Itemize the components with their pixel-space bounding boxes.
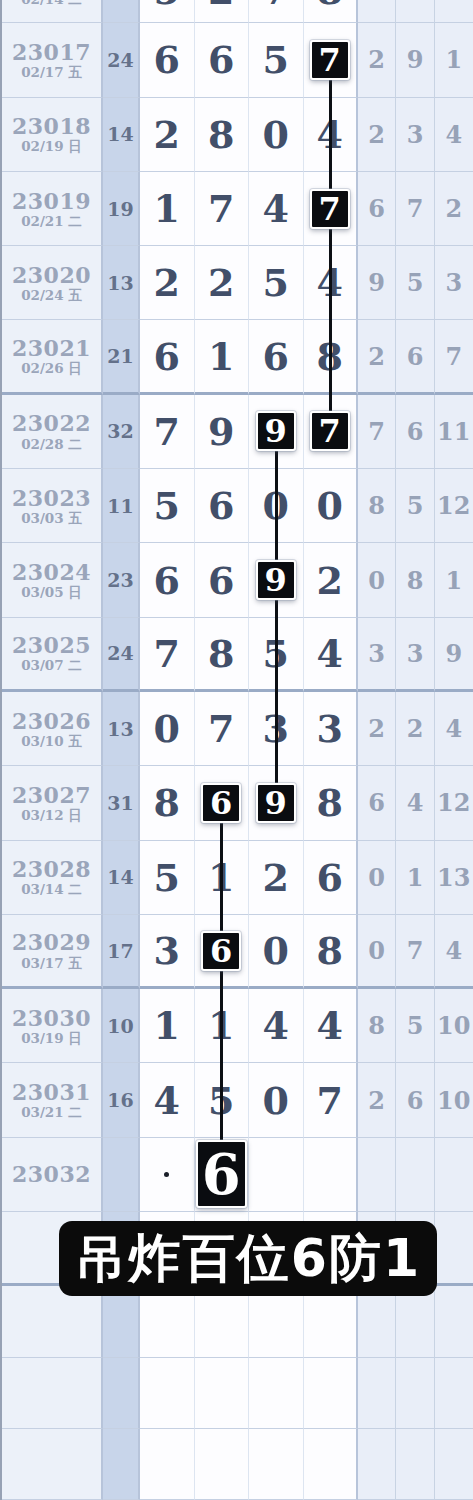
- digit-cell: 3: [140, 915, 195, 989]
- extra-value: 2: [407, 714, 424, 743]
- issue-cell: 2303003/19 日: [2, 989, 103, 1063]
- digit-value: 6: [208, 483, 234, 528]
- extra-cell: 3: [396, 618, 434, 692]
- digit-value: 7: [208, 186, 234, 231]
- issue-number: 23018: [12, 114, 91, 138]
- issue-cell: 2302303/03 五: [2, 469, 103, 543]
- digit-cell: 6: [195, 469, 250, 543]
- digit-cell: 4: [140, 1063, 195, 1137]
- highlight-box: 6: [201, 783, 241, 823]
- extra-cell: 12: [435, 766, 473, 840]
- digit-value: 6: [154, 334, 180, 379]
- extra-value: 5: [407, 268, 424, 297]
- extra-value: 2: [368, 342, 385, 371]
- digit-cell: [249, 1138, 304, 1212]
- extra-cell: [435, 1358, 473, 1429]
- digit-value: 7: [263, 0, 289, 13]
- k-cell: [103, 0, 140, 23]
- issue-date-stack: 2302603/10 五: [12, 709, 91, 749]
- digit-cell: 5: [249, 246, 304, 320]
- digit-cell: [249, 1286, 304, 1357]
- issue-date-stack: 2302703/12 日: [12, 783, 91, 823]
- digit-cell: 6: [249, 320, 304, 394]
- digit-cell: 8: [304, 915, 359, 989]
- digit-value: 0: [154, 706, 180, 751]
- k-value: 16: [107, 1089, 133, 1111]
- extra-value: 5: [407, 491, 424, 520]
- extra-value: 8: [368, 491, 385, 520]
- extra-value: 7: [368, 417, 385, 446]
- extra-cell: 9: [396, 23, 434, 97]
- lottery-trend-chart: 02/14 二52782301702/17 五2466572912301802/…: [0, 0, 473, 1500]
- extra-cell: 8: [358, 469, 396, 543]
- issue-number: 23027: [12, 783, 91, 807]
- digit-value: 4: [317, 1003, 343, 1048]
- extra-cell: 5: [396, 469, 434, 543]
- extra-cell: [358, 0, 396, 23]
- digit-value: 6: [208, 558, 234, 603]
- issue-cell: [2, 1429, 103, 1500]
- draw-date: 02/14 二: [21, 0, 82, 7]
- digit-value: 6: [154, 37, 180, 82]
- digit-cell: 8: [304, 766, 359, 840]
- extra-cell: [396, 1286, 434, 1357]
- extra-cell: 0: [358, 543, 396, 617]
- extra-value: 4: [445, 714, 462, 743]
- digit-cell: 6: [140, 320, 195, 394]
- digit-value: 8: [154, 780, 180, 825]
- extra-value: 4: [407, 788, 424, 817]
- digit-cell: 6: [195, 543, 250, 617]
- k-cell: 13: [103, 246, 140, 320]
- digit-cell: [304, 1429, 359, 1500]
- digit-cell: 5: [249, 23, 304, 97]
- digit-cell: 0: [140, 692, 195, 766]
- extra-cell: 3: [396, 98, 434, 172]
- k-value: 21: [107, 345, 133, 367]
- extra-cell: 7: [358, 395, 396, 469]
- extra-value: 13: [437, 863, 470, 892]
- digit-value: 7: [317, 1078, 343, 1123]
- highlight-box: 7: [310, 40, 350, 80]
- digit-cell: 7: [195, 172, 250, 246]
- extra-value: 7: [407, 936, 424, 965]
- issue-cell: 2302202/28 二: [2, 395, 103, 469]
- extra-value: 9: [368, 268, 385, 297]
- digit-cell: [140, 1286, 195, 1357]
- extra-cell: [396, 1138, 434, 1212]
- extra-cell: [396, 1358, 434, 1429]
- k-value: 14: [107, 866, 133, 888]
- extra-cell: 4: [435, 98, 473, 172]
- issue-number: 23019: [12, 189, 91, 213]
- issue-date-stack: 2302803/14 二: [12, 857, 91, 897]
- big-highlight-box: 6: [196, 1140, 247, 1208]
- digit-cell: 4: [249, 989, 304, 1063]
- issue-number: 23028: [12, 857, 91, 881]
- extra-value: 7: [445, 342, 462, 371]
- digit-value: 8: [208, 112, 234, 157]
- digit-value: 1: [154, 1003, 180, 1048]
- k-cell: [103, 1286, 140, 1357]
- digit-value: 2: [208, 0, 234, 13]
- digit-cell: 2: [140, 246, 195, 320]
- highlight-box: 6: [201, 931, 241, 971]
- draw-date: 03/17 五: [21, 956, 82, 971]
- extra-cell: 11: [435, 395, 473, 469]
- digit-cell: 5: [140, 841, 195, 915]
- digit-value: 2: [317, 558, 343, 603]
- digit-cell: 6: [140, 23, 195, 97]
- extra-value: 10: [437, 1086, 470, 1115]
- extra-cell: 10: [435, 1063, 473, 1137]
- extra-cell: 4: [435, 692, 473, 766]
- draw-date: 03/07 二: [21, 658, 82, 673]
- extra-cell: 9: [435, 618, 473, 692]
- k-value: 14: [107, 123, 133, 145]
- digit-cell: 8: [140, 766, 195, 840]
- k-value: 32: [107, 420, 133, 442]
- extra-value: 12: [437, 788, 470, 817]
- digit-cell: 5: [140, 0, 195, 23]
- extra-value: 6: [407, 417, 424, 446]
- issue-number: 23025: [12, 633, 91, 657]
- extra-cell: [358, 1286, 396, 1357]
- digit-value: 2: [154, 260, 180, 305]
- k-value: 31: [107, 792, 133, 814]
- extra-cell: 2: [358, 23, 396, 97]
- extra-value: 4: [445, 120, 462, 149]
- extra-cell: 1: [435, 543, 473, 617]
- draw-date: 02/19 日: [21, 139, 82, 154]
- issue-cell: 2302803/14 二: [2, 841, 103, 915]
- digit-value: 6: [263, 334, 289, 379]
- digit-cell: 0: [249, 98, 304, 172]
- digit-value: 4: [154, 1078, 180, 1123]
- k-cell: 14: [103, 98, 140, 172]
- issue-cell: 2302102/26 日: [2, 320, 103, 394]
- issue-cell: 2301802/19 日: [2, 98, 103, 172]
- draw-date: 03/19 日: [21, 1031, 82, 1046]
- extra-value: 9: [445, 639, 462, 668]
- issue-cell: 2303103/21 二: [2, 1063, 103, 1137]
- digit-value: 2: [154, 112, 180, 157]
- extra-value: 7: [407, 194, 424, 223]
- extra-value: 0: [368, 936, 385, 965]
- extra-cell: 5: [396, 989, 434, 1063]
- extra-cell: 2: [358, 98, 396, 172]
- digit-cell: [140, 1429, 195, 1500]
- digit-cell: 0: [249, 915, 304, 989]
- digit-cell: 7: [195, 692, 250, 766]
- issue-cell: [2, 1286, 103, 1357]
- extra-cell: 6: [396, 1063, 434, 1137]
- digit-cell: 0: [304, 469, 359, 543]
- issue-date-stack: 2302303/03 五: [12, 486, 91, 526]
- digit-cell: 4: [249, 172, 304, 246]
- extra-cell: 1: [435, 23, 473, 97]
- extra-value: 2: [368, 45, 385, 74]
- digit-cell: 4: [304, 618, 359, 692]
- k-value: 24: [107, 49, 133, 71]
- issue-date-stack: 2301702/17 五: [12, 40, 91, 80]
- extra-cell: 2: [396, 692, 434, 766]
- digit-value: 6: [317, 855, 343, 900]
- digit-value: 5: [263, 37, 289, 82]
- extra-cell: [435, 1212, 473, 1286]
- extra-cell: [396, 1429, 434, 1500]
- digit-value: 5: [263, 260, 289, 305]
- k-cell: 23: [103, 543, 140, 617]
- digit-cell: [195, 1286, 250, 1357]
- digit-value: 4: [263, 186, 289, 231]
- digit-value: 4: [317, 631, 343, 676]
- extra-cell: 3: [435, 246, 473, 320]
- draw-date: 02/21 二: [21, 214, 82, 229]
- extra-value: 5: [407, 1011, 424, 1040]
- digit-cell: [195, 1358, 250, 1429]
- extra-cell: 13: [435, 841, 473, 915]
- digit-value: 9: [208, 409, 234, 454]
- digit-cell: 2: [195, 246, 250, 320]
- digit-cell: 4: [304, 989, 359, 1063]
- extra-value: 1: [445, 45, 462, 74]
- k-cell: 11: [103, 469, 140, 543]
- issue-number: 23024: [12, 560, 91, 584]
- issue-cell: 02/14 二: [2, 0, 103, 23]
- digit-cell: [304, 1138, 359, 1212]
- highlight-box: 9: [256, 783, 296, 823]
- extra-cell: 6: [358, 172, 396, 246]
- extra-cell: 2: [358, 1063, 396, 1137]
- digit-cell: 6: [304, 841, 359, 915]
- extra-value: 0: [368, 566, 385, 595]
- issue-number: 23023: [12, 486, 91, 510]
- digit-value: 8: [208, 631, 234, 676]
- issue-date-stack: 2302903/17 五: [12, 930, 91, 970]
- connector-line: [329, 60, 332, 432]
- digit-cell: 0: [249, 1063, 304, 1137]
- issue-number: 23030: [12, 1006, 91, 1030]
- extra-cell: 2: [358, 320, 396, 394]
- extra-cell: 2: [435, 172, 473, 246]
- extra-cell: 7: [435, 320, 473, 394]
- digit-value: 0: [263, 112, 289, 157]
- extra-value: 8: [368, 1011, 385, 1040]
- digit-cell: 2: [140, 98, 195, 172]
- issue-cell: 2301702/17 五: [2, 23, 103, 97]
- extra-cell: 7: [396, 172, 434, 246]
- digit-cell: 2: [304, 543, 359, 617]
- k-cell: 13: [103, 692, 140, 766]
- k-cell: 16: [103, 1063, 140, 1137]
- extra-cell: [358, 1138, 396, 1212]
- issue-cell: 2302002/24 五: [2, 246, 103, 320]
- extra-cell: 7: [396, 915, 434, 989]
- extra-value: 2: [445, 194, 462, 223]
- k-cell: 10: [103, 989, 140, 1063]
- extra-cell: [435, 1138, 473, 1212]
- issue-number: 23026: [12, 709, 91, 733]
- digit-value: 8: [317, 780, 343, 825]
- draw-date: 03/12 日: [21, 808, 82, 823]
- digit-value: 2: [263, 855, 289, 900]
- extra-value: 0: [368, 863, 385, 892]
- draw-date: 02/26 日: [21, 361, 82, 376]
- digit-value: 0: [263, 928, 289, 973]
- issue-date-stack: 2302202/28 二: [12, 411, 91, 451]
- issue-number: 23017: [12, 40, 91, 64]
- digit-value: 7: [208, 706, 234, 751]
- digit-cell: 2: [249, 841, 304, 915]
- digit-cell: 8: [304, 0, 359, 23]
- issue-cell: 2302903/17 五: [2, 915, 103, 989]
- extra-cell: 0: [358, 915, 396, 989]
- issue-date-stack: 2302403/05 日: [12, 560, 91, 600]
- issue-cell: 23032: [2, 1138, 103, 1212]
- digit-cell: 6: [195, 23, 250, 97]
- k-cell: 24: [103, 618, 140, 692]
- issue-number: 23021: [12, 336, 91, 360]
- k-cell: [103, 1429, 140, 1500]
- digit-cell: 7: [140, 618, 195, 692]
- digit-value: 3: [317, 706, 343, 751]
- digit-cell: [195, 1429, 250, 1500]
- digit-value: 2: [208, 260, 234, 305]
- extra-value: 2: [368, 714, 385, 743]
- k-cell: 31: [103, 766, 140, 840]
- issue-number: 23031: [12, 1080, 91, 1104]
- extra-cell: 3: [358, 618, 396, 692]
- digit-cell: 8: [195, 98, 250, 172]
- digit-value: 1: [208, 334, 234, 379]
- digit-cell: 6: [140, 543, 195, 617]
- highlight-box: 9: [256, 560, 296, 600]
- extra-cell: [435, 1429, 473, 1500]
- issue-date-stack: 2302503/07 二: [12, 633, 91, 673]
- extra-cell: [358, 1429, 396, 1500]
- issue-number: 23029: [12, 930, 91, 954]
- draw-date: 02/28 二: [21, 437, 82, 452]
- k-value: 17: [107, 940, 133, 962]
- issue-date-stack: 2301802/19 日: [12, 114, 91, 154]
- digit-cell: 7: [140, 395, 195, 469]
- highlight-box: 7: [310, 411, 350, 451]
- digit-value: 7: [154, 631, 180, 676]
- extra-cell: [435, 1286, 473, 1357]
- extra-cell: 1: [396, 841, 434, 915]
- extra-cell: [396, 0, 434, 23]
- k-cell: [103, 1358, 140, 1429]
- extra-cell: 10: [435, 989, 473, 1063]
- issue-date-stack: 2302002/24 五: [12, 263, 91, 303]
- digit-cell: 2: [195, 0, 250, 23]
- digit-value: 8: [317, 928, 343, 973]
- connector-line: [220, 803, 223, 1175]
- prediction-banner: 吊炸百位6防1: [59, 1221, 437, 1296]
- draw-date: 03/05 日: [21, 585, 82, 600]
- issue-cell: 2301902/21 二: [2, 172, 103, 246]
- digit-value: 5: [154, 483, 180, 528]
- extra-value: 4: [445, 936, 462, 965]
- extra-value: 3: [407, 639, 424, 668]
- digit-cell: [140, 1138, 195, 1212]
- k-cell: 17: [103, 915, 140, 989]
- digit-value: 0: [263, 1078, 289, 1123]
- k-cell: 24: [103, 23, 140, 97]
- issue-date-stack: 2303103/21 二: [12, 1080, 91, 1120]
- extra-value: 6: [407, 1086, 424, 1115]
- k-value: 19: [107, 198, 133, 220]
- k-value: 13: [107, 718, 133, 740]
- digit-cell: 1: [195, 320, 250, 394]
- issue-date-stack: 2303003/19 日: [12, 1006, 91, 1046]
- extra-cell: 0: [358, 841, 396, 915]
- digit-cell: 9: [195, 395, 250, 469]
- extra-value: 6: [407, 342, 424, 371]
- digit-cell: 6: [195, 1138, 250, 1212]
- extra-cell: 8: [358, 989, 396, 1063]
- digit-cell: 5: [140, 469, 195, 543]
- extra-value: 2: [368, 1086, 385, 1115]
- extra-value: 3: [407, 120, 424, 149]
- digit-cell: 1: [140, 989, 195, 1063]
- k-cell: 21: [103, 320, 140, 394]
- pending-dot: [164, 1172, 169, 1177]
- digit-cell: [304, 1286, 359, 1357]
- draw-date: 02/24 五: [21, 288, 82, 303]
- issue-number: 23032: [12, 1162, 91, 1186]
- issue-date-stack: 2301902/21 二: [12, 189, 91, 229]
- digit-value: 6: [154, 558, 180, 603]
- extra-value: 9: [407, 45, 424, 74]
- issue-cell: 2302503/07 二: [2, 618, 103, 692]
- digit-cell: [140, 1358, 195, 1429]
- k-value: 24: [107, 642, 133, 664]
- extra-value: 3: [445, 268, 462, 297]
- draw-date: 03/03 五: [21, 511, 82, 526]
- extra-value: 12: [437, 491, 470, 520]
- k-cell: [103, 1138, 140, 1212]
- highlight-box: 9: [256, 411, 296, 451]
- digit-value: 0: [317, 483, 343, 528]
- k-value: 13: [107, 272, 133, 294]
- extra-value: 6: [368, 194, 385, 223]
- digit-value: 6: [208, 37, 234, 82]
- issue-number: 23020: [12, 263, 91, 287]
- extra-cell: 12: [435, 469, 473, 543]
- draw-date: 03/10 五: [21, 734, 82, 749]
- extra-value: 6: [368, 788, 385, 817]
- issue-cell: 2302703/12 日: [2, 766, 103, 840]
- issue-date-stack: 2302102/26 日: [12, 336, 91, 376]
- extra-value: 2: [368, 120, 385, 149]
- draw-date: 03/21 二: [21, 1105, 82, 1120]
- extra-cell: 4: [435, 915, 473, 989]
- extra-cell: [435, 0, 473, 23]
- extra-value: 1: [445, 566, 462, 595]
- k-cell: 32: [103, 395, 140, 469]
- extra-cell: 2: [358, 692, 396, 766]
- extra-cell: 5: [396, 246, 434, 320]
- extra-value: 11: [437, 417, 470, 446]
- issue-date-stack: 02/14 二: [21, 0, 82, 7]
- extra-value: 1: [407, 863, 424, 892]
- digit-cell: [249, 1429, 304, 1500]
- digit-value: 7: [154, 409, 180, 454]
- digit-cell: [304, 1358, 359, 1429]
- digit-cell: 1: [140, 172, 195, 246]
